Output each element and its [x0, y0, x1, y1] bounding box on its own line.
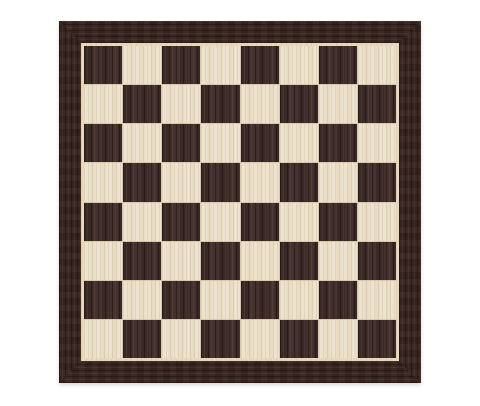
square-g7[interactable] [319, 85, 357, 123]
square-d2[interactable] [201, 281, 239, 319]
square-c1[interactable] [162, 320, 200, 358]
square-h8[interactable] [358, 46, 396, 84]
square-b1[interactable] [123, 320, 161, 358]
square-g4[interactable] [319, 203, 357, 241]
square-e6[interactable] [241, 124, 279, 162]
square-h7[interactable] [358, 85, 396, 123]
square-c3[interactable] [162, 242, 200, 280]
square-c8[interactable] [162, 46, 200, 84]
playing-field [84, 46, 396, 358]
board-frame-top [59, 21, 421, 43]
square-a1[interactable] [84, 320, 122, 358]
board-frame-bottom [59, 361, 421, 383]
square-e1[interactable] [241, 320, 279, 358]
square-f2[interactable] [280, 281, 318, 319]
square-g5[interactable] [319, 163, 357, 201]
square-g8[interactable] [319, 46, 357, 84]
square-f1[interactable] [280, 320, 318, 358]
square-d6[interactable] [201, 124, 239, 162]
square-c2[interactable] [162, 281, 200, 319]
square-h5[interactable] [358, 163, 396, 201]
square-c5[interactable] [162, 163, 200, 201]
square-d5[interactable] [201, 163, 239, 201]
chess-board [59, 21, 421, 383]
square-e5[interactable] [241, 163, 279, 201]
square-f8[interactable] [280, 46, 318, 84]
square-a2[interactable] [84, 281, 122, 319]
square-d8[interactable] [201, 46, 239, 84]
square-c4[interactable] [162, 203, 200, 241]
square-b8[interactable] [123, 46, 161, 84]
square-b6[interactable] [123, 124, 161, 162]
square-a8[interactable] [84, 46, 122, 84]
square-b5[interactable] [123, 163, 161, 201]
square-d4[interactable] [201, 203, 239, 241]
square-a3[interactable] [84, 242, 122, 280]
square-h3[interactable] [358, 242, 396, 280]
square-h2[interactable] [358, 281, 396, 319]
board-frame-left [59, 21, 81, 383]
square-e7[interactable] [241, 85, 279, 123]
square-h6[interactable] [358, 124, 396, 162]
square-h4[interactable] [358, 203, 396, 241]
square-e2[interactable] [241, 281, 279, 319]
square-b2[interactable] [123, 281, 161, 319]
square-a4[interactable] [84, 203, 122, 241]
square-d7[interactable] [201, 85, 239, 123]
square-e8[interactable] [241, 46, 279, 84]
square-b4[interactable] [123, 203, 161, 241]
square-f3[interactable] [280, 242, 318, 280]
square-d3[interactable] [201, 242, 239, 280]
square-a5[interactable] [84, 163, 122, 201]
square-g2[interactable] [319, 281, 357, 319]
square-d1[interactable] [201, 320, 239, 358]
square-g1[interactable] [319, 320, 357, 358]
square-b3[interactable] [123, 242, 161, 280]
square-g3[interactable] [319, 242, 357, 280]
square-c6[interactable] [162, 124, 200, 162]
square-e3[interactable] [241, 242, 279, 280]
square-f6[interactable] [280, 124, 318, 162]
square-e4[interactable] [241, 203, 279, 241]
square-a7[interactable] [84, 85, 122, 123]
square-c7[interactable] [162, 85, 200, 123]
square-a6[interactable] [84, 124, 122, 162]
photo-background [0, 0, 480, 406]
square-g6[interactable] [319, 124, 357, 162]
square-f4[interactable] [280, 203, 318, 241]
board-frame-right [399, 21, 421, 383]
square-b7[interactable] [123, 85, 161, 123]
square-h1[interactable] [358, 320, 396, 358]
square-f7[interactable] [280, 85, 318, 123]
square-f5[interactable] [280, 163, 318, 201]
